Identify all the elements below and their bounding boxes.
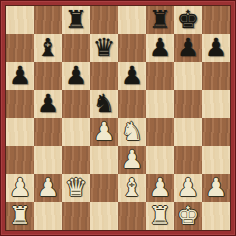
square-e4[interactable]: ♞ [118,118,146,146]
square-b1[interactable] [34,202,62,230]
chess-board: ♜♜♚♝♛♟♟♟♟♟♟♟♞♟♞♟♟♟♛♝♟♟♟♜♜♚ [6,6,230,230]
square-h8[interactable] [202,6,230,34]
square-a7[interactable] [6,34,34,62]
square-g8[interactable]: ♚ [174,6,202,34]
square-b4[interactable] [34,118,62,146]
black-knight[interactable]: ♞ [90,90,118,118]
square-c8[interactable]: ♜ [62,6,90,34]
black-king[interactable]: ♚ [174,6,202,34]
white-pawn[interactable]: ♟ [174,174,202,202]
square-b7[interactable]: ♝ [34,34,62,62]
square-f2[interactable]: ♟ [146,174,174,202]
white-pawn[interactable]: ♟ [6,174,34,202]
square-f5[interactable] [146,90,174,118]
square-g6[interactable] [174,62,202,90]
square-g4[interactable] [174,118,202,146]
white-pawn[interactable]: ♟ [90,118,118,146]
square-c3[interactable] [62,146,90,174]
square-h4[interactable] [202,118,230,146]
square-g3[interactable] [174,146,202,174]
square-b3[interactable] [34,146,62,174]
square-h7[interactable]: ♟ [202,34,230,62]
square-d6[interactable] [90,62,118,90]
white-pawn[interactable]: ♟ [34,174,62,202]
square-e8[interactable] [118,6,146,34]
square-b8[interactable] [34,6,62,34]
board-frame: ♜♜♚♝♛♟♟♟♟♟♟♟♞♟♞♟♟♟♛♝♟♟♟♜♜♚ [0,0,236,236]
square-h5[interactable] [202,90,230,118]
square-e5[interactable] [118,90,146,118]
black-pawn[interactable]: ♟ [34,90,62,118]
black-rook[interactable]: ♜ [146,6,174,34]
square-e7[interactable] [118,34,146,62]
square-f7[interactable]: ♟ [146,34,174,62]
white-queen[interactable]: ♛ [62,174,90,202]
square-c2[interactable]: ♛ [62,174,90,202]
square-h1[interactable] [202,202,230,230]
white-knight[interactable]: ♞ [118,118,146,146]
square-e3[interactable]: ♟ [118,146,146,174]
square-a4[interactable] [6,118,34,146]
square-d3[interactable] [90,146,118,174]
square-c1[interactable] [62,202,90,230]
square-e2[interactable]: ♝ [118,174,146,202]
white-king[interactable]: ♚ [174,202,202,230]
white-pawn[interactable]: ♟ [146,174,174,202]
black-pawn[interactable]: ♟ [174,34,202,62]
square-g2[interactable]: ♟ [174,174,202,202]
square-e6[interactable]: ♟ [118,62,146,90]
black-pawn[interactable]: ♟ [118,62,146,90]
square-a1[interactable]: ♜ [6,202,34,230]
square-b6[interactable] [34,62,62,90]
square-a6[interactable]: ♟ [6,62,34,90]
square-h6[interactable] [202,62,230,90]
white-rook[interactable]: ♜ [146,202,174,230]
black-pawn[interactable]: ♟ [202,34,230,62]
square-h3[interactable] [202,146,230,174]
square-b2[interactable]: ♟ [34,174,62,202]
square-e1[interactable] [118,202,146,230]
square-c5[interactable] [62,90,90,118]
square-a3[interactable] [6,146,34,174]
square-f4[interactable] [146,118,174,146]
square-c4[interactable] [62,118,90,146]
square-d7[interactable]: ♛ [90,34,118,62]
square-g1[interactable]: ♚ [174,202,202,230]
black-rook[interactable]: ♜ [62,6,90,34]
square-f3[interactable] [146,146,174,174]
square-h2[interactable]: ♟ [202,174,230,202]
square-b5[interactable]: ♟ [34,90,62,118]
black-queen[interactable]: ♛ [90,34,118,62]
black-bishop[interactable]: ♝ [34,34,62,62]
square-a8[interactable] [6,6,34,34]
square-d2[interactable] [90,174,118,202]
square-c6[interactable]: ♟ [62,62,90,90]
square-f6[interactable] [146,62,174,90]
black-pawn[interactable]: ♟ [62,62,90,90]
black-pawn[interactable]: ♟ [146,34,174,62]
square-d1[interactable] [90,202,118,230]
white-rook[interactable]: ♜ [6,202,34,230]
black-pawn[interactable]: ♟ [6,62,34,90]
square-c7[interactable] [62,34,90,62]
square-a2[interactable]: ♟ [6,174,34,202]
square-f8[interactable]: ♜ [146,6,174,34]
square-f1[interactable]: ♜ [146,202,174,230]
square-d5[interactable]: ♞ [90,90,118,118]
square-g7[interactable]: ♟ [174,34,202,62]
white-pawn[interactable]: ♟ [118,146,146,174]
square-d8[interactable] [90,6,118,34]
white-bishop[interactable]: ♝ [118,174,146,202]
white-pawn[interactable]: ♟ [202,174,230,202]
square-g5[interactable] [174,90,202,118]
square-d4[interactable]: ♟ [90,118,118,146]
square-a5[interactable] [6,90,34,118]
